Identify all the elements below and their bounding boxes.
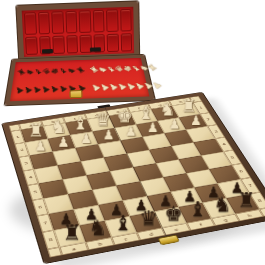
piece-slot [120,33,132,51]
piece-slot [52,36,64,54]
board-scene: abcdefgh1♜♞♝♛♚♝♞♜12♟♟♟♟♟♟♟♟2334455667♟♟♟… [0,86,265,262]
board-tilt: abcdefgh1♜♞♝♛♚♝♞♜12♟♟♟♟♟♟♟♟2334455667♟♟♟… [2,92,265,263]
piece-black-knight: ♞ [88,217,107,238]
piece-black-queen: ♛ [139,208,158,229]
square-f5 [156,159,186,177]
piece-slot [66,35,78,53]
board-grid: abcdefgh1♜♞♝♛♚♝♞♜12♟♟♟♟♟♟♟♟2334455667♟♟♟… [9,96,265,258]
piece-black-rook: ♜ [237,190,255,210]
piece-black-rook: ♜ [63,222,82,243]
piece-white-pawn: ♟ [169,117,181,130]
piece-black-knight: ♞ [213,194,231,214]
piece-slot [51,11,64,34]
piece-black-king: ♚ [164,203,182,224]
box-hinge-icon [42,49,53,53]
piece-slot [92,10,104,33]
piece-white-knight: ♞ [50,118,66,136]
lid-piece-slots [24,9,132,55]
box-hinge-icon [90,47,101,51]
piece-white-pawn: ♟ [80,131,92,145]
piece-slot [24,12,37,35]
piece-black-bishop: ♝ [189,199,207,219]
piece-white-pawn: ♟ [57,135,69,149]
piece-black-bishop: ♝ [114,213,133,234]
piece-slot [79,10,91,33]
piece-slot [107,34,119,52]
piece-slot [38,12,51,35]
board-clasp-icon [158,235,180,246]
board-rim: abcdefgh1♜♞♝♛♚♝♞♜12♟♟♟♟♟♟♟♟2334455667♟♟♟… [2,92,265,263]
piece-slot [120,9,132,32]
piece-slot [65,11,77,34]
product-photo: ♜♞♝♛♚♝♞♜♟♟♟♟♟♟♟♟ ♜♞♝♛♚♝♞♜♟♟♟♟♟♟♟♟ abcdef… [0,0,265,265]
piece-white-pawn: ♟ [103,128,115,141]
box-lid [16,1,139,62]
piece-white-pawn: ♟ [190,114,202,127]
piece-slot [106,9,118,32]
piece-white-pawn: ♟ [125,124,137,137]
piece-white-pawn: ♟ [147,121,159,134]
tray-piece: ♜ [74,65,87,75]
tray-row: ♜♞♝♛♚♝♞♜ [89,63,157,73]
piece-slot [25,37,37,55]
tray-row: ♜♞♝♛♚♝♞♜ [17,66,85,76]
piece-white-rook: ♜ [28,121,44,139]
piece-white-pawn: ♟ [34,139,46,153]
